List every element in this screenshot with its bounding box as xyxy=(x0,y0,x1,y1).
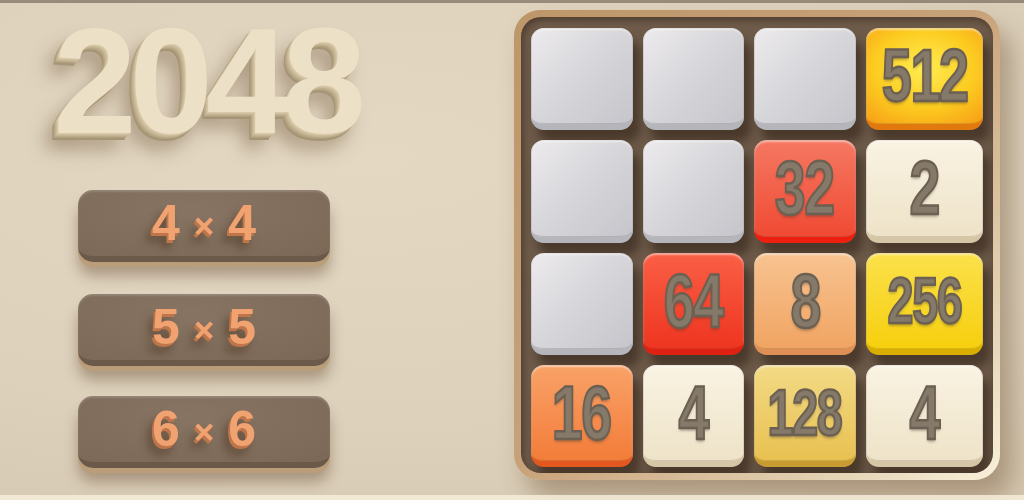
size-right-label: 6 xyxy=(228,404,256,454)
tile-value: 32 xyxy=(775,150,834,226)
board-cell-r2c0 xyxy=(531,253,633,355)
board-size-button-5x5[interactable]: 5 × 5 xyxy=(78,294,330,366)
board-cell-r1c0 xyxy=(531,140,633,242)
board-size-button-6x6[interactable]: 6 × 6 xyxy=(78,396,330,468)
board-cell-r1c2: 32 xyxy=(754,140,856,242)
tile-value: 2 xyxy=(910,150,939,226)
board-cell-r0c1 xyxy=(643,28,745,130)
game-board[interactable]: 512 32 2 64 8 256 16 4 128 4 xyxy=(521,17,993,473)
size-left-label: 5 xyxy=(152,302,180,352)
board-cell-r2c3: 256 xyxy=(866,253,983,355)
board-cell-r0c3: 512 xyxy=(866,28,983,130)
times-symbol: × xyxy=(194,410,214,449)
board-cell-r0c0 xyxy=(531,28,633,130)
board-cell-r2c2: 8 xyxy=(754,253,856,355)
board-cell-r3c2: 128 xyxy=(754,365,856,467)
size-right-label: 4 xyxy=(228,198,256,248)
size-right-label: 5 xyxy=(228,302,256,352)
size-left-label: 6 xyxy=(152,404,180,454)
game-board-frame: 512 32 2 64 8 256 16 4 128 4 xyxy=(514,10,1000,480)
board-cell-r0c2 xyxy=(754,28,856,130)
tile-value: 8 xyxy=(790,263,819,339)
tile-value: 4 xyxy=(679,375,708,451)
app-background: 2048 4 × 4 5 × 5 6 × 6 512 32 2 64 8 256… xyxy=(0,0,1024,500)
board-cell-r3c1: 4 xyxy=(643,365,745,467)
tile-value: 64 xyxy=(664,263,723,339)
tile-value: 4 xyxy=(910,375,939,451)
board-cell-r1c1 xyxy=(643,140,745,242)
size-left-label: 4 xyxy=(152,198,180,248)
board-cell-r3c3: 4 xyxy=(866,365,983,467)
game-title: 2048 xyxy=(40,16,372,146)
tile-value: 16 xyxy=(552,375,611,451)
board-cell-r1c3: 2 xyxy=(866,140,983,242)
board-size-button-4x4[interactable]: 4 × 4 xyxy=(78,190,330,262)
board-cell-r3c0: 16 xyxy=(531,365,633,467)
times-symbol: × xyxy=(194,204,214,243)
board-cell-r2c1: 64 xyxy=(643,253,745,355)
tile-value: 512 xyxy=(881,39,967,113)
tile-value: 256 xyxy=(887,269,961,333)
tile-value: 128 xyxy=(768,381,842,445)
times-symbol: × xyxy=(194,308,214,347)
